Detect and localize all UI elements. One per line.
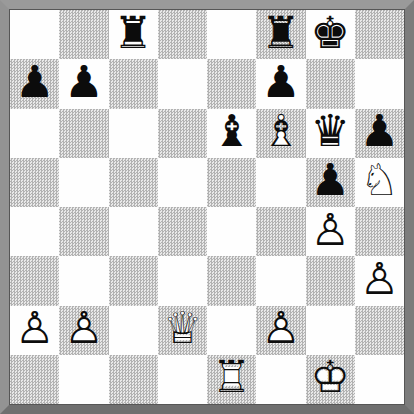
piece-glyph-outline: ♙: [261, 306, 300, 350]
piece-glyph: ♟: [360, 109, 399, 153]
square-f3[interactable]: [256, 256, 305, 305]
piece-glyph: ♜: [113, 11, 152, 55]
piece-black-rook[interactable]: ♜: [109, 10, 158, 59]
square-a7[interactable]: ♟: [10, 59, 59, 108]
square-h1[interactable]: [355, 355, 404, 404]
square-e6[interactable]: ♝: [207, 109, 256, 158]
square-g2[interactable]: [306, 306, 355, 355]
piece-black-pawn[interactable]: ♟: [10, 59, 59, 108]
square-h4[interactable]: [355, 207, 404, 256]
piece-white-knight[interactable]: ♞♘: [355, 158, 404, 207]
piece-black-pawn[interactable]: ♟: [306, 158, 355, 207]
square-f4[interactable]: [256, 207, 305, 256]
square-e7[interactable]: [207, 59, 256, 108]
square-e2[interactable]: [207, 306, 256, 355]
square-c3[interactable]: [109, 256, 158, 305]
square-g1[interactable]: ♚♔: [306, 355, 355, 404]
square-e4[interactable]: [207, 207, 256, 256]
piece-glyph: ♚: [310, 11, 349, 55]
piece-black-rook[interactable]: ♜: [256, 10, 305, 59]
piece-glyph-outline: ♖: [212, 356, 251, 400]
square-c5[interactable]: [109, 158, 158, 207]
piece-glyph: ♜: [261, 11, 300, 55]
square-h8[interactable]: [355, 10, 404, 59]
square-f7[interactable]: ♟: [256, 59, 305, 108]
piece-black-king[interactable]: ♚: [306, 10, 355, 59]
piece-glyph: ♟: [15, 60, 54, 104]
square-c4[interactable]: [109, 207, 158, 256]
square-a8[interactable]: [10, 10, 59, 59]
square-b2[interactable]: ♟♙: [59, 306, 108, 355]
piece-black-pawn[interactable]: ♟: [256, 59, 305, 108]
square-g6[interactable]: ♛: [306, 109, 355, 158]
square-h5[interactable]: ♞♘: [355, 158, 404, 207]
square-f1[interactable]: [256, 355, 305, 404]
square-g4[interactable]: ♟♙: [306, 207, 355, 256]
square-a2[interactable]: ♟♙: [10, 306, 59, 355]
square-c8[interactable]: ♜: [109, 10, 158, 59]
square-c6[interactable]: [109, 109, 158, 158]
piece-black-queen[interactable]: ♛: [306, 109, 355, 158]
piece-glyph-outline: ♙: [15, 306, 54, 350]
square-d1[interactable]: [158, 355, 207, 404]
piece-black-pawn[interactable]: ♟: [59, 59, 108, 108]
square-d3[interactable]: [158, 256, 207, 305]
square-c2[interactable]: [109, 306, 158, 355]
piece-white-bishop[interactable]: ♝♗: [256, 109, 305, 158]
square-f8[interactable]: ♜: [256, 10, 305, 59]
piece-glyph-outline: ♘: [360, 159, 399, 203]
square-d8[interactable]: [158, 10, 207, 59]
piece-white-pawn[interactable]: ♟♙: [355, 256, 404, 305]
square-b8[interactable]: [59, 10, 108, 59]
square-c1[interactable]: [109, 355, 158, 404]
square-h7[interactable]: [355, 59, 404, 108]
square-h2[interactable]: [355, 306, 404, 355]
piece-white-pawn[interactable]: ♟♙: [256, 306, 305, 355]
square-a4[interactable]: [10, 207, 59, 256]
piece-glyph: ♝: [212, 109, 251, 153]
piece-black-bishop[interactable]: ♝: [207, 109, 256, 158]
chess-board-frame: ♜♜♚♟♟♟♝♝♗♛♟♟♞♘♟♙♟♙♟♙♟♙♛♕♟♙♜♖♚♔: [0, 0, 414, 414]
piece-glyph-outline: ♗: [261, 109, 300, 153]
piece-white-rook[interactable]: ♜♖: [207, 355, 256, 404]
piece-black-pawn[interactable]: ♟: [355, 109, 404, 158]
square-a3[interactable]: [10, 256, 59, 305]
square-g3[interactable]: [306, 256, 355, 305]
square-a1[interactable]: [10, 355, 59, 404]
piece-glyph-outline: ♙: [64, 306, 103, 350]
piece-white-pawn[interactable]: ♟♙: [306, 207, 355, 256]
piece-glyph-outline: ♙: [310, 208, 349, 252]
square-g5[interactable]: ♟: [306, 158, 355, 207]
square-e3[interactable]: [207, 256, 256, 305]
square-e5[interactable]: [207, 158, 256, 207]
piece-glyph: ♟: [64, 60, 103, 104]
square-d4[interactable]: [158, 207, 207, 256]
square-f2[interactable]: ♟♙: [256, 306, 305, 355]
piece-glyph: ♟: [310, 159, 349, 203]
square-e8[interactable]: [207, 10, 256, 59]
square-h3[interactable]: ♟♙: [355, 256, 404, 305]
square-d5[interactable]: [158, 158, 207, 207]
square-b7[interactable]: ♟: [59, 59, 108, 108]
piece-glyph-outline: ♙: [360, 257, 399, 301]
piece-glyph-outline: ♕: [163, 306, 202, 350]
square-f5[interactable]: [256, 158, 305, 207]
square-f6[interactable]: ♝♗: [256, 109, 305, 158]
square-b5[interactable]: [59, 158, 108, 207]
chess-board: ♜♜♚♟♟♟♝♝♗♛♟♟♞♘♟♙♟♙♟♙♟♙♛♕♟♙♜♖♚♔: [9, 9, 405, 405]
square-b3[interactable]: [59, 256, 108, 305]
square-b4[interactable]: [59, 207, 108, 256]
piece-glyph: ♛: [310, 109, 349, 153]
square-h6[interactable]: ♟: [355, 109, 404, 158]
square-a5[interactable]: [10, 158, 59, 207]
square-b1[interactable]: [59, 355, 108, 404]
square-d2[interactable]: ♛♕: [158, 306, 207, 355]
square-d6[interactable]: [158, 109, 207, 158]
piece-white-pawn[interactable]: ♟♙: [59, 306, 108, 355]
square-e1[interactable]: ♜♖: [207, 355, 256, 404]
square-d7[interactable]: [158, 59, 207, 108]
piece-white-king[interactable]: ♚♔: [306, 355, 355, 404]
piece-white-queen[interactable]: ♛♕: [158, 306, 207, 355]
square-a6[interactable]: [10, 109, 59, 158]
square-g7[interactable]: [306, 59, 355, 108]
piece-glyph: ♟: [261, 60, 300, 104]
piece-glyph-outline: ♔: [310, 356, 349, 400]
square-g8[interactable]: ♚: [306, 10, 355, 59]
piece-white-pawn[interactable]: ♟♙: [10, 306, 59, 355]
square-c7[interactable]: [109, 59, 158, 108]
square-b6[interactable]: [59, 109, 108, 158]
